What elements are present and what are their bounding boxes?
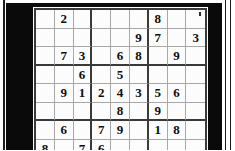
sudoku-cell-r5c1 xyxy=(36,84,55,103)
sudoku-cell-r8c2 xyxy=(55,140,74,151)
sudoku-cell-r7c1 xyxy=(36,121,55,140)
sudoku-cell-r1c5 xyxy=(111,10,130,29)
sudoku-cell-r4c1 xyxy=(36,66,55,85)
page-edge-line-right-inner xyxy=(225,0,226,150)
sudoku-cell-r4c3: 6 xyxy=(74,66,93,85)
sudoku-cell-r5c6: 3 xyxy=(130,84,149,103)
sudoku-cell-r7c9 xyxy=(186,121,205,140)
sudoku-cell-r7c2: 6 xyxy=(55,121,74,140)
sudoku-cell-r3c4 xyxy=(92,47,111,66)
sudoku-cell-r8c9 xyxy=(186,140,205,151)
sudoku-cell-r3c6: 8 xyxy=(130,47,149,66)
sudoku-grid: 28973736896591243568967918876 xyxy=(34,8,207,150)
sudoku-cell-r6c2 xyxy=(55,103,74,122)
sudoku-cell-r7c8: 8 xyxy=(168,121,187,140)
sudoku-cell-r2c5 xyxy=(111,29,130,48)
sudoku-cell-r6c8 xyxy=(168,103,187,122)
scanned-sudoku-page: 28973736896591243568967918876 xyxy=(0,0,235,150)
sudoku-cell-r2c7: 7 xyxy=(149,29,168,48)
sudoku-cell-r2c8 xyxy=(168,29,187,48)
sudoku-cell-r3c3: 3 xyxy=(74,47,93,66)
sudoku-cell-r8c1: 8 xyxy=(36,140,55,151)
sudoku-cell-r7c7: 1 xyxy=(149,121,168,140)
sudoku-cell-r8c3: 7 xyxy=(74,140,93,151)
sudoku-cell-r6c4 xyxy=(92,103,111,122)
sudoku-cell-r7c3 xyxy=(74,121,93,140)
sudoku-cell-r4c4 xyxy=(92,66,111,85)
sudoku-cell-r3c1 xyxy=(36,47,55,66)
sudoku-cell-r5c5: 4 xyxy=(111,84,130,103)
sudoku-cell-r1c8 xyxy=(168,10,187,29)
sudoku-cell-r4c7 xyxy=(149,66,168,85)
sudoku-cell-r1c3 xyxy=(74,10,93,29)
sudoku-cell-r2c1 xyxy=(36,29,55,48)
sudoku-cell-r2c4 xyxy=(92,29,111,48)
sudoku-cell-r3c2: 7 xyxy=(55,47,74,66)
sudoku-cell-r5c4: 2 xyxy=(92,84,111,103)
sudoku-cell-r1c7: 8 xyxy=(149,10,168,29)
sudoku-cell-r1c1 xyxy=(36,10,55,29)
sudoku-cell-r1c2: 2 xyxy=(55,10,74,29)
sudoku-cell-r7c5: 9 xyxy=(111,121,130,140)
sudoku-cell-r4c9 xyxy=(186,66,205,85)
sudoku-cell-r1c4 xyxy=(92,10,111,29)
sudoku-cell-r5c3: 1 xyxy=(74,84,93,103)
sudoku-cell-r4c6 xyxy=(130,66,149,85)
sudoku-cell-r6c7: 9 xyxy=(149,103,168,122)
page-edge-line-left xyxy=(3,0,5,150)
scan-artifact-mark xyxy=(199,12,201,16)
sudoku-cell-r5c7: 5 xyxy=(149,84,168,103)
sudoku-cell-r5c8: 6 xyxy=(168,84,187,103)
sudoku-cell-r3c7 xyxy=(149,47,168,66)
sudoku-cell-r8c5 xyxy=(111,140,130,151)
sudoku-cell-r2c3 xyxy=(74,29,93,48)
sudoku-cell-r7c6 xyxy=(130,121,149,140)
sudoku-cell-r2c9: 3 xyxy=(186,29,205,48)
sudoku-cell-r6c3 xyxy=(74,103,93,122)
sudoku-cell-r5c9 xyxy=(186,84,205,103)
sudoku-cell-r1c6 xyxy=(130,10,149,29)
sudoku-cell-r8c8 xyxy=(168,140,187,151)
sudoku-cell-r4c8 xyxy=(168,66,187,85)
sudoku-cell-r8c6 xyxy=(130,140,149,151)
sudoku-cell-r8c4: 6 xyxy=(92,140,111,151)
sudoku-cell-r3c9 xyxy=(186,47,205,66)
sudoku-cell-r5c2: 9 xyxy=(55,84,74,103)
page-edge-line-right-outer xyxy=(230,0,231,150)
sudoku-cell-r2c6: 9 xyxy=(130,29,149,48)
sudoku-cell-r3c5: 6 xyxy=(111,47,130,66)
sudoku-cell-r4c5: 5 xyxy=(111,66,130,85)
sudoku-cell-r4c2 xyxy=(55,66,74,85)
sudoku-cell-r7c4: 7 xyxy=(92,121,111,140)
sudoku-cell-r6c9 xyxy=(186,103,205,122)
sudoku-cell-r6c1 xyxy=(36,103,55,122)
sudoku-cell-r6c6 xyxy=(130,103,149,122)
sudoku-cell-r8c7 xyxy=(149,140,168,151)
sudoku-cell-r1c9 xyxy=(186,10,205,29)
sudoku-cell-r3c8: 9 xyxy=(168,47,187,66)
sudoku-cell-r6c5: 8 xyxy=(111,103,130,122)
sudoku-cell-r2c2 xyxy=(55,29,74,48)
